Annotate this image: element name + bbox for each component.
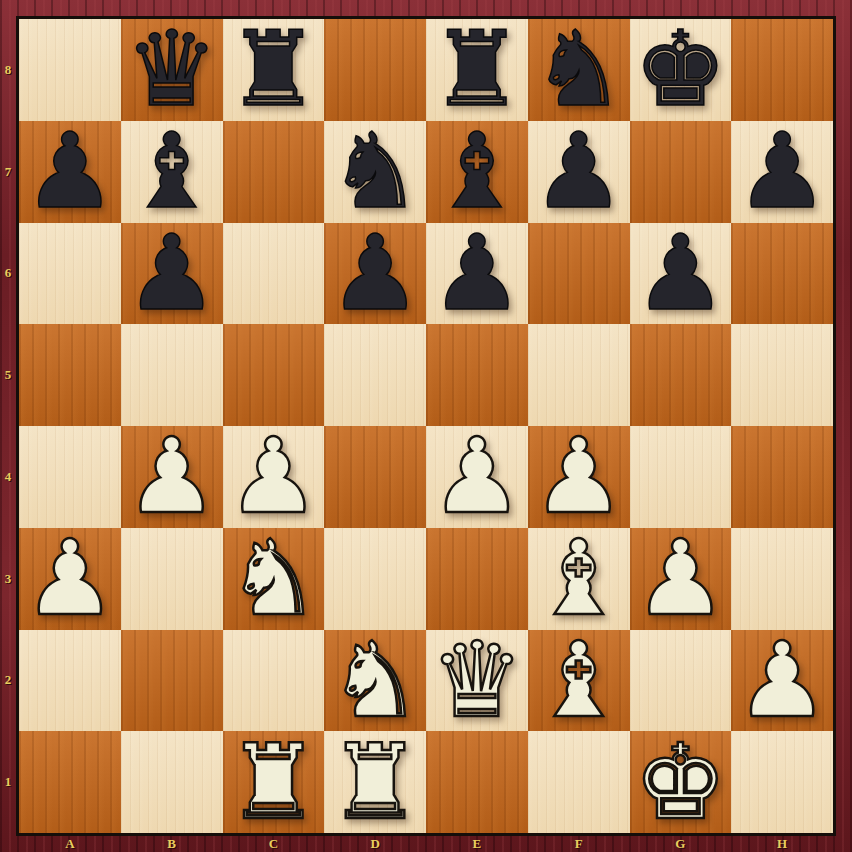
square-h5[interactable]: [731, 324, 833, 426]
square-c5[interactable]: [223, 324, 325, 426]
piece-white-rook-c1[interactable]: ♜: [227, 732, 320, 833]
square-h2[interactable]: ♟: [731, 630, 833, 732]
square-g6[interactable]: ♟: [630, 223, 732, 325]
file-label-f: F: [528, 836, 630, 852]
square-a5[interactable]: [19, 324, 121, 426]
square-b8[interactable]: ♛: [121, 19, 223, 121]
piece-white-pawn-f4[interactable]: ♟: [532, 426, 625, 527]
square-d7[interactable]: ♞: [324, 121, 426, 223]
file-label-d: D: [324, 836, 426, 852]
board-frame: ♛♜♜♞♚♟♝♞♝♟♟♟♟♟♟♟♟♟♟♟♞♝♟♞♛♝♟♜♜♚ 87654321 …: [0, 0, 852, 852]
square-a4[interactable]: [19, 426, 121, 528]
piece-black-bishop-b7[interactable]: ♝: [125, 121, 218, 222]
square-d6[interactable]: ♟: [324, 223, 426, 325]
square-e3[interactable]: [426, 528, 528, 630]
rank-label-2: 2: [0, 630, 16, 732]
square-e2[interactable]: ♛: [426, 630, 528, 732]
chess-board: ♛♜♜♞♚♟♝♞♝♟♟♟♟♟♟♟♟♟♟♟♞♝♟♞♛♝♟♜♜♚: [19, 19, 833, 833]
square-f2[interactable]: ♝: [528, 630, 630, 732]
piece-white-pawn-g3[interactable]: ♟: [634, 528, 727, 629]
rank-label-1: 1: [0, 731, 16, 833]
square-g5[interactable]: [630, 324, 732, 426]
piece-black-pawn-b6[interactable]: ♟: [125, 223, 218, 324]
square-f8[interactable]: ♞: [528, 19, 630, 121]
piece-white-bishop-f2[interactable]: ♝: [532, 630, 625, 731]
square-e8[interactable]: ♜: [426, 19, 528, 121]
piece-black-pawn-d6[interactable]: ♟: [329, 223, 422, 324]
board-outline: ♛♜♜♞♚♟♝♞♝♟♟♟♟♟♟♟♟♟♟♟♞♝♟♞♛♝♟♜♜♚: [16, 16, 836, 836]
square-e1[interactable]: [426, 731, 528, 833]
square-d4[interactable]: [324, 426, 426, 528]
square-g8[interactable]: ♚: [630, 19, 732, 121]
square-a2[interactable]: [19, 630, 121, 732]
square-c8[interactable]: ♜: [223, 19, 325, 121]
piece-white-bishop-f3[interactable]: ♝: [532, 528, 625, 629]
file-label-g: G: [630, 836, 732, 852]
square-a3[interactable]: ♟: [19, 528, 121, 630]
square-e7[interactable]: ♝: [426, 121, 528, 223]
square-a1[interactable]: [19, 731, 121, 833]
square-d5[interactable]: [324, 324, 426, 426]
square-c4[interactable]: ♟: [223, 426, 325, 528]
square-d8[interactable]: [324, 19, 426, 121]
file-label-b: B: [121, 836, 223, 852]
square-e6[interactable]: ♟: [426, 223, 528, 325]
piece-black-bishop-e7[interactable]: ♝: [430, 121, 523, 222]
rank-label-4: 4: [0, 426, 16, 528]
square-d2[interactable]: ♞: [324, 630, 426, 732]
square-a6[interactable]: [19, 223, 121, 325]
piece-white-knight-c3[interactable]: ♞: [227, 528, 320, 629]
square-g1[interactable]: ♚: [630, 731, 732, 833]
rank-label-8: 8: [0, 19, 16, 121]
rank-label-3: 3: [0, 528, 16, 630]
piece-white-king-g1[interactable]: ♚: [634, 732, 727, 833]
piece-black-knight-d7[interactable]: ♞: [329, 121, 422, 222]
piece-black-king-g8[interactable]: ♚: [634, 19, 727, 120]
file-labels: ABCDEFGH: [19, 836, 833, 852]
piece-white-knight-d2[interactable]: ♞: [329, 630, 422, 731]
rank-label-7: 7: [0, 121, 16, 223]
square-b1[interactable]: [121, 731, 223, 833]
square-c1[interactable]: ♜: [223, 731, 325, 833]
piece-black-rook-c8[interactable]: ♜: [227, 19, 320, 120]
square-e4[interactable]: ♟: [426, 426, 528, 528]
square-h4[interactable]: [731, 426, 833, 528]
square-e5[interactable]: [426, 324, 528, 426]
square-f7[interactable]: ♟: [528, 121, 630, 223]
square-f3[interactable]: ♝: [528, 528, 630, 630]
square-c6[interactable]: [223, 223, 325, 325]
square-a8[interactable]: [19, 19, 121, 121]
rank-label-5: 5: [0, 324, 16, 426]
piece-black-queen-b8[interactable]: ♛: [125, 19, 218, 120]
square-h8[interactable]: [731, 19, 833, 121]
square-f5[interactable]: [528, 324, 630, 426]
piece-black-pawn-g6[interactable]: ♟: [634, 223, 727, 324]
piece-white-pawn-e4[interactable]: ♟: [430, 426, 523, 527]
square-d3[interactable]: [324, 528, 426, 630]
file-label-a: A: [19, 836, 121, 852]
square-b2[interactable]: [121, 630, 223, 732]
square-b4[interactable]: ♟: [121, 426, 223, 528]
rank-label-6: 6: [0, 223, 16, 325]
square-h3[interactable]: [731, 528, 833, 630]
piece-black-pawn-e6[interactable]: ♟: [430, 223, 523, 324]
rank-labels: 87654321: [0, 19, 16, 833]
piece-white-pawn-h2[interactable]: ♟: [736, 630, 829, 731]
piece-black-pawn-h7[interactable]: ♟: [736, 121, 829, 222]
square-a7[interactable]: ♟: [19, 121, 121, 223]
square-b7[interactable]: ♝: [121, 121, 223, 223]
square-d1[interactable]: ♜: [324, 731, 426, 833]
square-b5[interactable]: [121, 324, 223, 426]
square-g2[interactable]: [630, 630, 732, 732]
square-b6[interactable]: ♟: [121, 223, 223, 325]
file-label-e: E: [426, 836, 528, 852]
square-c3[interactable]: ♞: [223, 528, 325, 630]
piece-black-rook-e8[interactable]: ♜: [430, 19, 523, 120]
square-g3[interactable]: ♟: [630, 528, 732, 630]
square-c2[interactable]: [223, 630, 325, 732]
file-label-c: C: [223, 836, 325, 852]
piece-black-pawn-a7[interactable]: ♟: [23, 121, 116, 222]
square-f4[interactable]: ♟: [528, 426, 630, 528]
square-c7[interactable]: [223, 121, 325, 223]
square-b3[interactable]: [121, 528, 223, 630]
square-f6[interactable]: [528, 223, 630, 325]
piece-white-pawn-b4[interactable]: ♟: [125, 426, 218, 527]
piece-white-pawn-a3[interactable]: ♟: [23, 528, 116, 629]
piece-white-pawn-c4[interactable]: ♟: [227, 426, 320, 527]
file-label-h: H: [731, 836, 833, 852]
square-h1[interactable]: [731, 731, 833, 833]
square-h6[interactable]: [731, 223, 833, 325]
square-g7[interactable]: [630, 121, 732, 223]
piece-white-queen-e2[interactable]: ♛: [430, 630, 523, 731]
piece-black-pawn-f7[interactable]: ♟: [532, 121, 625, 222]
square-h7[interactable]: ♟: [731, 121, 833, 223]
square-f1[interactable]: [528, 731, 630, 833]
piece-black-knight-f8[interactable]: ♞: [532, 19, 625, 120]
square-g4[interactable]: [630, 426, 732, 528]
piece-white-rook-d1[interactable]: ♜: [329, 732, 422, 833]
